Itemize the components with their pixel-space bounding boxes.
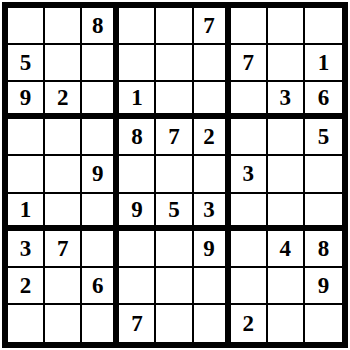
cell-r3c8[interactable]: 3 <box>268 82 305 119</box>
given-digit: 9 <box>203 237 215 260</box>
cell-r2c7[interactable]: 7 <box>231 45 268 82</box>
cell-r1c3[interactable]: 8 <box>82 8 119 45</box>
cell-r5c5[interactable] <box>156 156 193 193</box>
cell-r9c3[interactable] <box>82 305 119 342</box>
cell-r8c3[interactable]: 6 <box>82 268 119 305</box>
cell-r3c7[interactable] <box>231 82 268 119</box>
cell-r8c6[interactable] <box>194 268 231 305</box>
cell-r4c8[interactable] <box>268 119 305 156</box>
cell-r8c1[interactable]: 2 <box>8 268 45 305</box>
cell-r5c6[interactable] <box>194 156 231 193</box>
given-digit: 5 <box>318 125 330 148</box>
cell-r9c9[interactable] <box>305 305 342 342</box>
cell-r8c8[interactable] <box>268 268 305 305</box>
cell-r3c9[interactable]: 6 <box>305 82 342 119</box>
given-digit: 8 <box>92 14 104 37</box>
given-digit: 1 <box>131 86 143 109</box>
cell-r3c3[interactable] <box>82 82 119 119</box>
cell-r7c9[interactable]: 8 <box>305 231 342 268</box>
cell-r6c9[interactable] <box>305 194 342 231</box>
given-digit: 9 <box>20 86 32 109</box>
cell-r4c7[interactable] <box>231 119 268 156</box>
cell-r7c2[interactable]: 7 <box>45 231 82 268</box>
cell-r5c9[interactable] <box>305 156 342 193</box>
cell-r6c5[interactable]: 5 <box>156 194 193 231</box>
cell-r4c6[interactable]: 2 <box>194 119 231 156</box>
cell-r2c8[interactable] <box>268 45 305 82</box>
given-digit: 7 <box>168 125 180 148</box>
cell-r2c3[interactable] <box>82 45 119 82</box>
given-digit: 7 <box>57 237 69 260</box>
cell-r7c1[interactable]: 3 <box>8 231 45 268</box>
given-digit: 6 <box>318 86 330 109</box>
cell-r5c7[interactable]: 3 <box>231 156 268 193</box>
cell-r4c4[interactable]: 8 <box>119 119 156 156</box>
given-digit: 5 <box>20 51 32 74</box>
cell-r8c5[interactable] <box>156 268 193 305</box>
cell-r1c6[interactable]: 7 <box>194 8 231 45</box>
cell-r8c7[interactable] <box>231 268 268 305</box>
cell-r2c9[interactable]: 1 <box>305 45 342 82</box>
given-digit: 3 <box>20 237 32 260</box>
given-digit: 3 <box>203 198 215 221</box>
given-digit: 5 <box>168 198 180 221</box>
cell-r3c1[interactable]: 9 <box>8 82 45 119</box>
cell-r3c2[interactable]: 2 <box>45 82 82 119</box>
cell-r5c2[interactable] <box>45 156 82 193</box>
sudoku-board: 875719213687259319533794826972 <box>2 2 348 348</box>
given-digit: 9 <box>318 274 330 297</box>
given-digit: 6 <box>92 274 104 297</box>
cell-r1c2[interactable] <box>45 8 82 45</box>
given-digit: 2 <box>57 86 69 109</box>
cell-r3c5[interactable] <box>156 82 193 119</box>
cell-r3c4[interactable]: 1 <box>119 82 156 119</box>
cell-r1c1[interactable] <box>8 8 45 45</box>
given-digit: 8 <box>131 125 143 148</box>
given-digit: 9 <box>131 198 143 221</box>
cell-r7c6[interactable]: 9 <box>194 231 231 268</box>
cell-r8c9[interactable]: 9 <box>305 268 342 305</box>
cell-r2c4[interactable] <box>119 45 156 82</box>
given-digit: 9 <box>92 162 104 185</box>
cell-r2c1[interactable]: 5 <box>8 45 45 82</box>
cell-r6c3[interactable] <box>82 194 119 231</box>
given-digit: 7 <box>203 14 215 37</box>
cell-r6c4[interactable]: 9 <box>119 194 156 231</box>
given-digit: 4 <box>280 237 292 260</box>
cell-r1c7[interactable] <box>231 8 268 45</box>
given-digit: 7 <box>131 312 143 335</box>
given-digit: 3 <box>280 86 292 109</box>
cell-r1c8[interactable] <box>268 8 305 45</box>
cell-r6c7[interactable] <box>231 194 268 231</box>
cell-r1c9[interactable] <box>305 8 342 45</box>
cell-r4c2[interactable] <box>45 119 82 156</box>
cell-r1c5[interactable] <box>156 8 193 45</box>
cell-r5c3[interactable]: 9 <box>82 156 119 193</box>
given-digit: 7 <box>242 51 254 74</box>
cell-r2c5[interactable] <box>156 45 193 82</box>
given-digit: 3 <box>242 162 254 185</box>
cell-r7c7[interactable] <box>231 231 268 268</box>
cell-r7c8[interactable]: 4 <box>268 231 305 268</box>
sudoku-page: 875719213687259319533794826972 <box>0 0 350 350</box>
cell-r8c2[interactable] <box>45 268 82 305</box>
cell-r7c5[interactable] <box>156 231 193 268</box>
given-digit: 1 <box>20 198 32 221</box>
cell-r5c4[interactable] <box>119 156 156 193</box>
cell-r6c2[interactable] <box>45 194 82 231</box>
cell-r6c8[interactable] <box>268 194 305 231</box>
given-digit: 1 <box>318 51 330 74</box>
cell-r3c6[interactable] <box>194 82 231 119</box>
cell-r9c1[interactable] <box>8 305 45 342</box>
cell-r6c6[interactable]: 3 <box>194 194 231 231</box>
cell-r9c2[interactable] <box>45 305 82 342</box>
given-digit: 2 <box>20 274 32 297</box>
cell-r1c4[interactable] <box>119 8 156 45</box>
cell-r2c2[interactable] <box>45 45 82 82</box>
cell-r5c1[interactable] <box>8 156 45 193</box>
cell-r2c6[interactable] <box>194 45 231 82</box>
cell-r9c4[interactable]: 7 <box>119 305 156 342</box>
cell-r4c3[interactable] <box>82 119 119 156</box>
cell-r4c9[interactable]: 5 <box>305 119 342 156</box>
given-digit: 8 <box>318 237 330 260</box>
cell-r6c1[interactable]: 1 <box>8 194 45 231</box>
cell-r4c5[interactable]: 7 <box>156 119 193 156</box>
cell-r9c8[interactable] <box>268 305 305 342</box>
cell-r7c3[interactable] <box>82 231 119 268</box>
cell-r9c5[interactable] <box>156 305 193 342</box>
cell-r4c1[interactable] <box>8 119 45 156</box>
cell-r8c4[interactable] <box>119 268 156 305</box>
given-digit: 2 <box>242 312 254 335</box>
given-digit: 2 <box>203 125 215 148</box>
cell-r9c7[interactable]: 2 <box>231 305 268 342</box>
cell-r9c6[interactable] <box>194 305 231 342</box>
cell-r5c8[interactable] <box>268 156 305 193</box>
cell-r7c4[interactable] <box>119 231 156 268</box>
